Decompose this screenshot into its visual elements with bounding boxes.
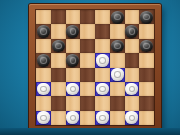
square-r2c3[interactable]	[66, 24, 81, 38]
checker-light-piece[interactable]	[96, 111, 109, 124]
square-r3c6[interactable]	[110, 39, 125, 53]
checker-light-piece[interactable]	[66, 83, 79, 96]
checker-light-piece[interactable]	[37, 83, 50, 96]
square-r6c4	[80, 82, 95, 96]
square-r2c1[interactable]	[36, 24, 51, 38]
square-r4c4	[80, 53, 95, 67]
square-r6c3[interactable]	[66, 82, 81, 96]
square-r8c5[interactable]	[95, 111, 110, 125]
square-r8c4	[80, 111, 95, 125]
checker-dark-piece[interactable]	[125, 25, 138, 38]
square-r2c8	[139, 24, 154, 38]
square-r4c5[interactable]	[95, 53, 110, 67]
square-r3c3	[66, 39, 81, 53]
square-r5c5	[95, 68, 110, 82]
square-r1c1	[36, 10, 51, 24]
square-r1c5	[95, 10, 110, 24]
square-r4c2	[51, 53, 66, 67]
square-r4c6	[110, 53, 125, 67]
square-r8c3[interactable]	[66, 111, 81, 125]
checker-dark-piece[interactable]	[111, 40, 124, 53]
square-r1c6[interactable]	[110, 10, 125, 24]
checker-dark-piece[interactable]	[52, 40, 65, 53]
square-r1c4[interactable]	[80, 10, 95, 24]
square-r2c7[interactable]	[125, 24, 140, 38]
checker-light-piece[interactable]	[96, 83, 109, 96]
square-r5c8[interactable]	[139, 68, 154, 82]
checker-dark-piece[interactable]	[111, 11, 124, 24]
checker-light-piece[interactable]	[125, 83, 138, 96]
square-r3c1	[36, 39, 51, 53]
square-r5c1	[36, 68, 51, 82]
square-r6c5[interactable]	[95, 82, 110, 96]
square-r7c2[interactable]	[51, 96, 66, 110]
square-r1c3	[66, 10, 81, 24]
square-r7c4[interactable]	[80, 96, 95, 110]
square-r5c6[interactable]	[110, 68, 125, 82]
checker-light-piece[interactable]	[66, 111, 79, 124]
square-r3c4[interactable]	[80, 39, 95, 53]
board-grid	[36, 10, 154, 125]
square-r6c2	[51, 82, 66, 96]
square-r6c6	[110, 82, 125, 96]
square-r2c2	[51, 24, 66, 38]
checker-dark-piece[interactable]	[37, 25, 50, 38]
square-r4c3[interactable]	[66, 53, 81, 67]
square-r6c1[interactable]	[36, 82, 51, 96]
checkers-board	[29, 4, 161, 132]
checker-dark-piece[interactable]	[140, 11, 153, 24]
square-r8c6	[110, 111, 125, 125]
square-r4c1[interactable]	[36, 53, 51, 67]
checker-dark-piece[interactable]	[66, 25, 79, 38]
square-r7c3	[66, 96, 81, 110]
checker-light-piece[interactable]	[125, 111, 138, 124]
square-r7c7	[125, 96, 140, 110]
table-shadow-band	[0, 128, 180, 135]
square-r7c5	[95, 96, 110, 110]
square-r4c7[interactable]	[125, 53, 140, 67]
square-r7c6[interactable]	[110, 96, 125, 110]
square-r2c5[interactable]	[95, 24, 110, 38]
square-r7c8[interactable]	[139, 96, 154, 110]
square-r6c7[interactable]	[125, 82, 140, 96]
square-r5c3	[66, 68, 81, 82]
square-r3c2[interactable]	[51, 39, 66, 53]
square-r7c1	[36, 96, 51, 110]
checker-light-piece[interactable]	[96, 54, 109, 67]
square-r6c8	[139, 82, 154, 96]
checker-dark-piece[interactable]	[140, 40, 153, 53]
game-background	[0, 0, 180, 135]
square-r1c7	[125, 10, 140, 24]
square-r8c2	[51, 111, 66, 125]
square-r5c2[interactable]	[51, 68, 66, 82]
square-r3c7	[125, 39, 140, 53]
square-r2c6	[110, 24, 125, 38]
square-r5c4[interactable]	[80, 68, 95, 82]
square-r1c8[interactable]	[139, 10, 154, 24]
square-r8c1[interactable]	[36, 111, 51, 125]
square-r1c2[interactable]	[51, 10, 66, 24]
checker-dark-piece[interactable]	[37, 54, 50, 67]
square-r3c8[interactable]	[139, 39, 154, 53]
checker-dark-piece[interactable]	[66, 54, 79, 67]
square-r3c5	[95, 39, 110, 53]
checker-light-piece[interactable]	[111, 68, 124, 81]
square-r4c8	[139, 53, 154, 67]
square-r8c8	[139, 111, 154, 125]
square-r8c7[interactable]	[125, 111, 140, 125]
square-r2c4	[80, 24, 95, 38]
square-r5c7	[125, 68, 140, 82]
checker-light-piece[interactable]	[37, 111, 50, 124]
